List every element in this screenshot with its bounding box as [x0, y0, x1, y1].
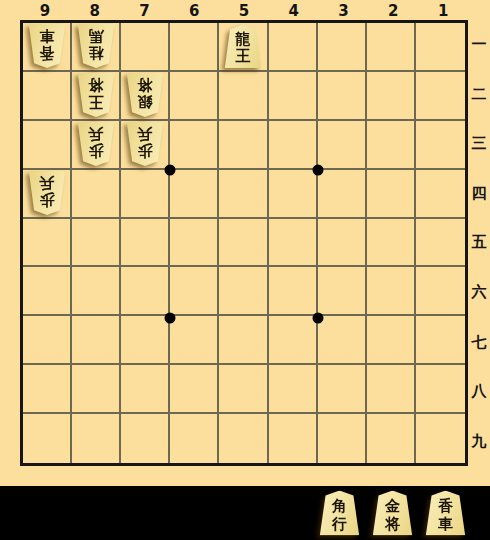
square-5-7[interactable] [219, 316, 268, 365]
square-4-7[interactable] [269, 316, 318, 365]
square-7-6[interactable] [121, 267, 170, 316]
piece-kanji: 王 [235, 48, 250, 65]
square-7-3[interactable]: 歩兵 [121, 121, 170, 170]
square-1-7[interactable] [416, 316, 465, 365]
piece-kanji: 角 [332, 498, 347, 515]
hand-piece-gold[interactable]: 金将 [372, 491, 413, 536]
square-5-6[interactable] [219, 267, 268, 316]
square-8-2[interactable]: 王将 [72, 72, 121, 121]
rank-label-6: 六 [468, 268, 490, 318]
file-label-5: 5 [219, 0, 269, 20]
piece-face: 銀将 [126, 73, 164, 117]
piece-face: 歩兵 [126, 122, 164, 166]
square-6-6[interactable] [170, 267, 219, 316]
piece-gote-silver[interactable]: 銀将 [126, 73, 164, 117]
piece-kanji: 王 [88, 93, 103, 110]
square-3-3[interactable] [318, 121, 367, 170]
piece-gote-lance[interactable]: 香車 [28, 24, 66, 68]
piece-sente-bishop[interactable]: 角行 [319, 491, 360, 536]
square-8-1[interactable]: 桂馬 [72, 23, 121, 72]
square-8-5[interactable] [72, 219, 121, 268]
piece-face: 歩兵 [28, 171, 66, 215]
square-5-1[interactable]: 龍王 [219, 23, 268, 72]
square-2-3[interactable] [367, 121, 416, 170]
square-1-6[interactable] [416, 267, 465, 316]
square-2-7[interactable] [367, 316, 416, 365]
piece-gote-knight[interactable]: 桂馬 [77, 24, 115, 68]
square-1-2[interactable] [416, 72, 465, 121]
file-label-4: 4 [269, 0, 319, 20]
hand-piece-bishop[interactable]: 角行 [319, 491, 360, 536]
square-1-1[interactable] [416, 23, 465, 72]
star-point [165, 312, 176, 323]
square-5-2[interactable] [219, 72, 268, 121]
piece-kanji: 車 [39, 27, 54, 44]
piece-kanji: 龍 [235, 31, 250, 48]
square-1-8[interactable] [416, 365, 465, 414]
square-3-7[interactable] [318, 316, 367, 365]
rank-label-4: 四 [468, 169, 490, 219]
square-7-9[interactable] [121, 414, 170, 463]
square-4-1[interactable] [269, 23, 318, 72]
square-8-7[interactable] [72, 316, 121, 365]
square-4-9[interactable] [269, 414, 318, 463]
piece-face: 王将 [77, 73, 115, 117]
hand-piece-lance[interactable]: 香車 [425, 491, 466, 536]
square-7-2[interactable]: 銀将 [121, 72, 170, 121]
rank-label-9: 九 [468, 416, 490, 466]
file-labels: 987654321 [20, 0, 468, 20]
square-5-4[interactable] [219, 170, 268, 219]
piece-kanji: 兵 [39, 174, 54, 191]
square-5-5[interactable] [219, 219, 268, 268]
rank-label-8: 八 [468, 367, 490, 417]
piece-face: 金将 [372, 491, 413, 536]
piece-kanji: 馬 [88, 27, 103, 44]
square-3-8[interactable] [318, 365, 367, 414]
shogi-board: 香車桂馬龍王王将銀将歩兵歩兵歩兵 [20, 20, 468, 466]
square-9-3[interactable] [23, 121, 72, 170]
piece-face: 香車 [425, 491, 466, 536]
square-8-6[interactable] [72, 267, 121, 316]
piece-kanji: 桂 [88, 44, 103, 61]
square-9-1[interactable]: 香車 [23, 23, 72, 72]
square-5-9[interactable] [219, 414, 268, 463]
square-9-6[interactable] [23, 267, 72, 316]
square-6-7[interactable] [170, 316, 219, 365]
square-8-3[interactable]: 歩兵 [72, 121, 121, 170]
piece-kanji: 車 [438, 515, 453, 532]
rank-label-2: 二 [468, 70, 490, 120]
square-3-5[interactable] [318, 219, 367, 268]
piece-face: 角行 [319, 491, 360, 536]
square-8-8[interactable] [72, 365, 121, 414]
piece-kanji: 兵 [137, 125, 152, 142]
square-7-5[interactable] [121, 219, 170, 268]
square-2-5[interactable] [367, 219, 416, 268]
square-8-4[interactable] [72, 170, 121, 219]
piece-gote-pawn[interactable]: 歩兵 [77, 122, 115, 166]
square-1-3[interactable] [416, 121, 465, 170]
square-2-4[interactable] [367, 170, 416, 219]
rank-labels: 一二三四五六七八九 [468, 20, 490, 466]
piece-face: 龍王 [224, 24, 262, 68]
square-1-9[interactable] [416, 414, 465, 463]
square-3-9[interactable] [318, 414, 367, 463]
square-3-6[interactable] [318, 267, 367, 316]
file-label-8: 8 [70, 0, 120, 20]
square-4-4[interactable] [269, 170, 318, 219]
rank-label-3: 三 [468, 119, 490, 169]
square-6-2[interactable] [170, 72, 219, 121]
square-2-9[interactable] [367, 414, 416, 463]
sente-hand-tray: 角行金将香車 [0, 486, 490, 540]
square-9-4[interactable]: 歩兵 [23, 170, 72, 219]
square-9-7[interactable] [23, 316, 72, 365]
square-3-1[interactable] [318, 23, 367, 72]
piece-gote-king[interactable]: 王将 [77, 73, 115, 117]
star-point [165, 165, 176, 176]
piece-kanji: 金 [385, 498, 400, 515]
square-6-3[interactable] [170, 121, 219, 170]
square-5-8[interactable] [219, 365, 268, 414]
file-label-2: 2 [368, 0, 418, 20]
star-point [312, 165, 323, 176]
square-4-5[interactable] [269, 219, 318, 268]
square-6-4[interactable] [170, 170, 219, 219]
piece-face: 歩兵 [77, 122, 115, 166]
piece-kanji: 将 [88, 76, 103, 93]
rank-label-5: 五 [468, 218, 490, 268]
rank-label-1: 一 [468, 20, 490, 70]
file-label-3: 3 [319, 0, 369, 20]
square-7-1[interactable] [121, 23, 170, 72]
square-3-4[interactable] [318, 170, 367, 219]
piece-kanji: 行 [332, 515, 347, 532]
square-5-3[interactable] [219, 121, 268, 170]
square-1-4[interactable] [416, 170, 465, 219]
piece-face: 香車 [28, 24, 66, 68]
square-2-8[interactable] [367, 365, 416, 414]
square-7-7[interactable] [121, 316, 170, 365]
square-2-1[interactable] [367, 23, 416, 72]
square-6-5[interactable] [170, 219, 219, 268]
piece-kanji: 香 [438, 498, 453, 515]
piece-gote-pawn[interactable]: 歩兵 [28, 171, 66, 215]
square-9-5[interactable] [23, 219, 72, 268]
square-6-9[interactable] [170, 414, 219, 463]
square-8-9[interactable] [72, 414, 121, 463]
piece-sente-gold[interactable]: 金将 [372, 491, 413, 536]
rank-label-7: 七 [468, 317, 490, 367]
piece-kanji: 香 [39, 44, 54, 61]
square-3-2[interactable] [318, 72, 367, 121]
piece-kanji: 将 [137, 76, 152, 93]
square-9-9[interactable] [23, 414, 72, 463]
piece-kanji: 歩 [88, 142, 103, 159]
piece-kanji: 兵 [88, 125, 103, 142]
square-1-5[interactable] [416, 219, 465, 268]
piece-kanji: 銀 [137, 93, 152, 110]
piece-kanji: 歩 [137, 142, 152, 159]
piece-gote-pawn[interactable]: 歩兵 [126, 122, 164, 166]
shogi-diagram: 987654321 一二三四五六七八九 香車桂馬龍王王将銀将歩兵歩兵歩兵 角行金… [0, 0, 490, 540]
square-6-1[interactable] [170, 23, 219, 72]
piece-sente-lance[interactable]: 香車 [425, 491, 466, 536]
file-label-6: 6 [169, 0, 219, 20]
file-label-1: 1 [418, 0, 468, 20]
square-2-2[interactable] [367, 72, 416, 121]
square-4-8[interactable] [269, 365, 318, 414]
square-9-2[interactable] [23, 72, 72, 121]
square-7-4[interactable] [121, 170, 170, 219]
square-6-8[interactable] [170, 365, 219, 414]
square-2-6[interactable] [367, 267, 416, 316]
piece-kanji: 将 [385, 515, 400, 532]
piece-face: 桂馬 [77, 24, 115, 68]
square-4-6[interactable] [269, 267, 318, 316]
piece-sente-dragon[interactable]: 龍王 [224, 24, 262, 68]
piece-kanji: 歩 [39, 191, 54, 208]
square-7-8[interactable] [121, 365, 170, 414]
square-4-2[interactable] [269, 72, 318, 121]
file-label-9: 9 [20, 0, 70, 20]
square-9-8[interactable] [23, 365, 72, 414]
square-4-3[interactable] [269, 121, 318, 170]
star-point [312, 312, 323, 323]
file-label-7: 7 [120, 0, 170, 20]
